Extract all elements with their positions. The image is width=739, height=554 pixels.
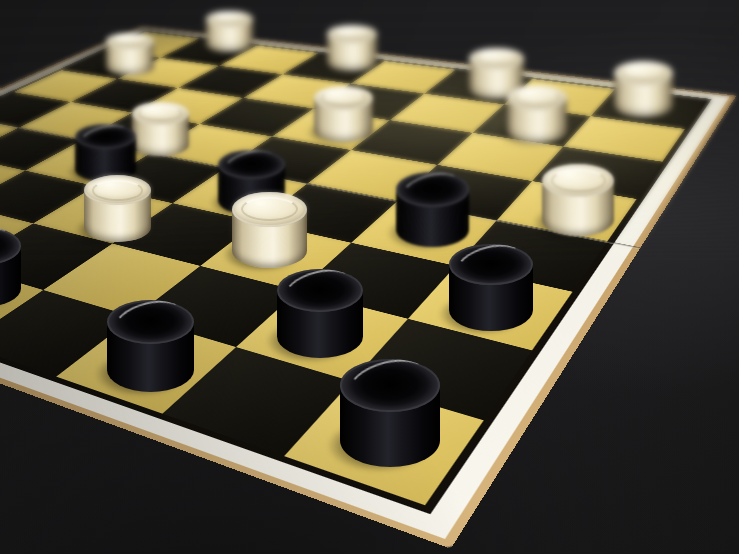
pieces-layer: ⛀⛀⛀⛀⛀⛀⛀⛀⛀⛀⛀⛂⛂⛂⛂⛂⛂⛂⛂ (0, 0, 739, 554)
scene: ⛀⛀⛀⛀⛀⛀⛀⛀⛀⛀⛀⛂⛂⛂⛂⛂⛂⛂⛂ (0, 0, 739, 554)
